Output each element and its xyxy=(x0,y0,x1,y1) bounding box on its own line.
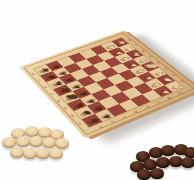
piece-white-bishop: ♝ xyxy=(147,70,173,75)
light-checker-disc xyxy=(42,137,56,148)
board-square xyxy=(91,89,110,101)
rank-label: 5 xyxy=(49,92,54,96)
light-checker-disc xyxy=(10,147,24,158)
piece-black-pawn: ♟ xyxy=(86,106,114,110)
board-square: ♟ xyxy=(79,94,99,106)
light-checker-disc xyxy=(29,136,43,147)
file-label: h xyxy=(177,91,183,95)
piece-white-king: ♚ xyxy=(139,62,165,69)
board-square xyxy=(111,92,131,104)
board-square: ♟ xyxy=(87,101,107,114)
piece-white-bishop: ♝ xyxy=(124,52,149,57)
piece-shadow xyxy=(92,105,104,111)
rank-label: 1 xyxy=(77,122,83,126)
rank-label: 4 xyxy=(56,99,62,103)
piece-white-knight: ♞ xyxy=(117,46,141,50)
rank-label: 3 xyxy=(63,107,69,111)
piece-shadow xyxy=(80,110,92,117)
piece-black-bishop: ♝ xyxy=(66,102,94,108)
piece-shadow xyxy=(85,98,97,104)
piece-black-queen: ♛ xyxy=(52,86,79,93)
board-square xyxy=(134,83,153,95)
file-label: c xyxy=(122,114,128,118)
dark-checker-disc xyxy=(184,147,194,158)
board-square xyxy=(103,85,122,97)
board-square xyxy=(99,96,119,108)
dark-checker-disc xyxy=(150,168,164,179)
product-photo: abcdefgh 87654321 87654321 ♜♟♟♜♞♟♟♞♝♟♟♝♛… xyxy=(0,0,194,180)
chess-board: abcdefgh 87654321 87654321 ♜♟♟♜♞♟♟♞♝♟♟♝♛… xyxy=(19,31,194,139)
photo-scene: abcdefgh 87654321 87654321 ♜♟♟♜♞♟♟♞♝♟♟♝♛… xyxy=(0,0,194,180)
file-label: f xyxy=(156,100,161,103)
light-checker-disc xyxy=(36,148,50,159)
light-checker-disc xyxy=(49,148,63,159)
light-checker-disc xyxy=(55,138,69,149)
light-checker-disc xyxy=(16,136,30,147)
dark-checker-disc xyxy=(156,157,170,168)
file-label: a xyxy=(97,124,103,128)
file-label: e xyxy=(145,105,151,109)
piece-shadow xyxy=(73,103,85,109)
rank-label: 8 xyxy=(31,73,36,76)
file-label: d xyxy=(133,110,139,114)
board-grid: ♜♟♟♜♞♟♟♞♝♟♟♝♛♟♟♛♚♟♟♚♝♟♟♝♞♟♟♞♜♟♟♜ xyxy=(34,38,183,127)
dark-checker-disc xyxy=(181,157,194,168)
dark-checker-disc xyxy=(137,169,151,180)
light-checker-disc xyxy=(2,137,16,148)
piece-black-bishop: ♝ xyxy=(45,81,72,86)
file-label: b xyxy=(110,119,116,123)
light-checker-disc xyxy=(25,126,39,137)
dark-checker-disc xyxy=(161,145,175,156)
rank-label: 7 xyxy=(37,79,42,83)
light-checker-disc xyxy=(23,148,37,159)
file-label: g xyxy=(166,96,172,100)
piece-black-knight: ♞ xyxy=(73,110,101,116)
rank-label: 6 xyxy=(43,86,48,90)
piece-white-rook: ♜ xyxy=(111,41,135,45)
piece-shadow xyxy=(58,88,69,94)
rank-label: 2 xyxy=(70,114,76,118)
